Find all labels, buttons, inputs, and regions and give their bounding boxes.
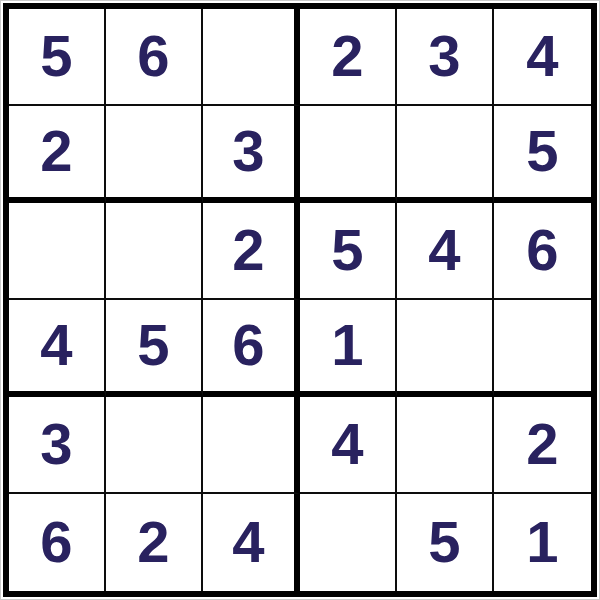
cell-r5c6[interactable]: 2	[494, 397, 591, 494]
cell-r1c6[interactable]: 4	[494, 9, 591, 106]
cell-r4c6[interactable]	[494, 300, 591, 397]
cell-r3c4[interactable]: 5	[300, 203, 397, 300]
given-digit: 3	[428, 27, 460, 85]
cell-r2c1[interactable]: 2	[9, 106, 106, 203]
cell-r2c4[interactable]	[300, 106, 397, 203]
cell-r3c1[interactable]	[9, 203, 106, 300]
given-digit: 2	[40, 122, 72, 180]
cell-r4c3[interactable]: 6	[203, 300, 300, 397]
sudoku-page: 562342352546456134262451	[0, 0, 600, 600]
given-digit: 4	[428, 221, 460, 279]
cell-r3c6[interactable]: 6	[494, 203, 591, 300]
cell-r1c3[interactable]	[203, 9, 300, 106]
cell-r5c4[interactable]: 4	[300, 397, 397, 494]
given-digit: 5	[137, 316, 169, 374]
cell-r5c2[interactable]	[106, 397, 203, 494]
cell-r6c6[interactable]: 1	[494, 494, 591, 591]
cell-r5c5[interactable]	[397, 397, 494, 494]
cell-r6c3[interactable]: 4	[203, 494, 300, 591]
cell-r6c1[interactable]: 6	[9, 494, 106, 591]
cell-r6c5[interactable]: 5	[397, 494, 494, 591]
given-digit: 4	[331, 415, 363, 473]
cell-r3c3[interactable]: 2	[203, 203, 300, 300]
sudoku-board: 562342352546456134262451	[3, 3, 597, 597]
given-digit: 6	[40, 513, 72, 571]
cell-r4c2[interactable]: 5	[106, 300, 203, 397]
cell-r2c2[interactable]	[106, 106, 203, 203]
given-digit: 2	[232, 221, 264, 279]
given-digit: 6	[232, 316, 264, 374]
given-digit: 4	[40, 316, 72, 374]
given-digit: 5	[526, 122, 558, 180]
cell-r4c4[interactable]: 1	[300, 300, 397, 397]
cell-r2c6[interactable]: 5	[494, 106, 591, 203]
given-digit: 1	[331, 316, 363, 374]
cell-r2c5[interactable]	[397, 106, 494, 203]
cell-r4c1[interactable]: 4	[9, 300, 106, 397]
cell-r1c1[interactable]: 5	[9, 9, 106, 106]
given-digit: 2	[137, 513, 169, 571]
cell-r5c3[interactable]	[203, 397, 300, 494]
cell-r4c5[interactable]	[397, 300, 494, 397]
cell-r1c5[interactable]: 3	[397, 9, 494, 106]
given-digit: 3	[40, 415, 72, 473]
cell-r6c4[interactable]	[300, 494, 397, 591]
cell-r3c5[interactable]: 4	[397, 203, 494, 300]
given-digit: 2	[526, 415, 558, 473]
cell-r6c2[interactable]: 2	[106, 494, 203, 591]
given-digit: 5	[331, 221, 363, 279]
given-digit: 1	[526, 513, 558, 571]
given-digit: 4	[526, 27, 558, 85]
given-digit: 2	[331, 27, 363, 85]
cell-r3c2[interactable]	[106, 203, 203, 300]
given-digit: 4	[232, 513, 264, 571]
cell-r5c1[interactable]: 3	[9, 397, 106, 494]
given-digit: 5	[428, 513, 460, 571]
cell-r1c2[interactable]: 6	[106, 9, 203, 106]
given-digit: 6	[137, 27, 169, 85]
cell-r1c4[interactable]: 2	[300, 9, 397, 106]
cell-r2c3[interactable]: 3	[203, 106, 300, 203]
given-digit: 6	[526, 221, 558, 279]
given-digit: 3	[232, 122, 264, 180]
given-digit: 5	[40, 27, 72, 85]
